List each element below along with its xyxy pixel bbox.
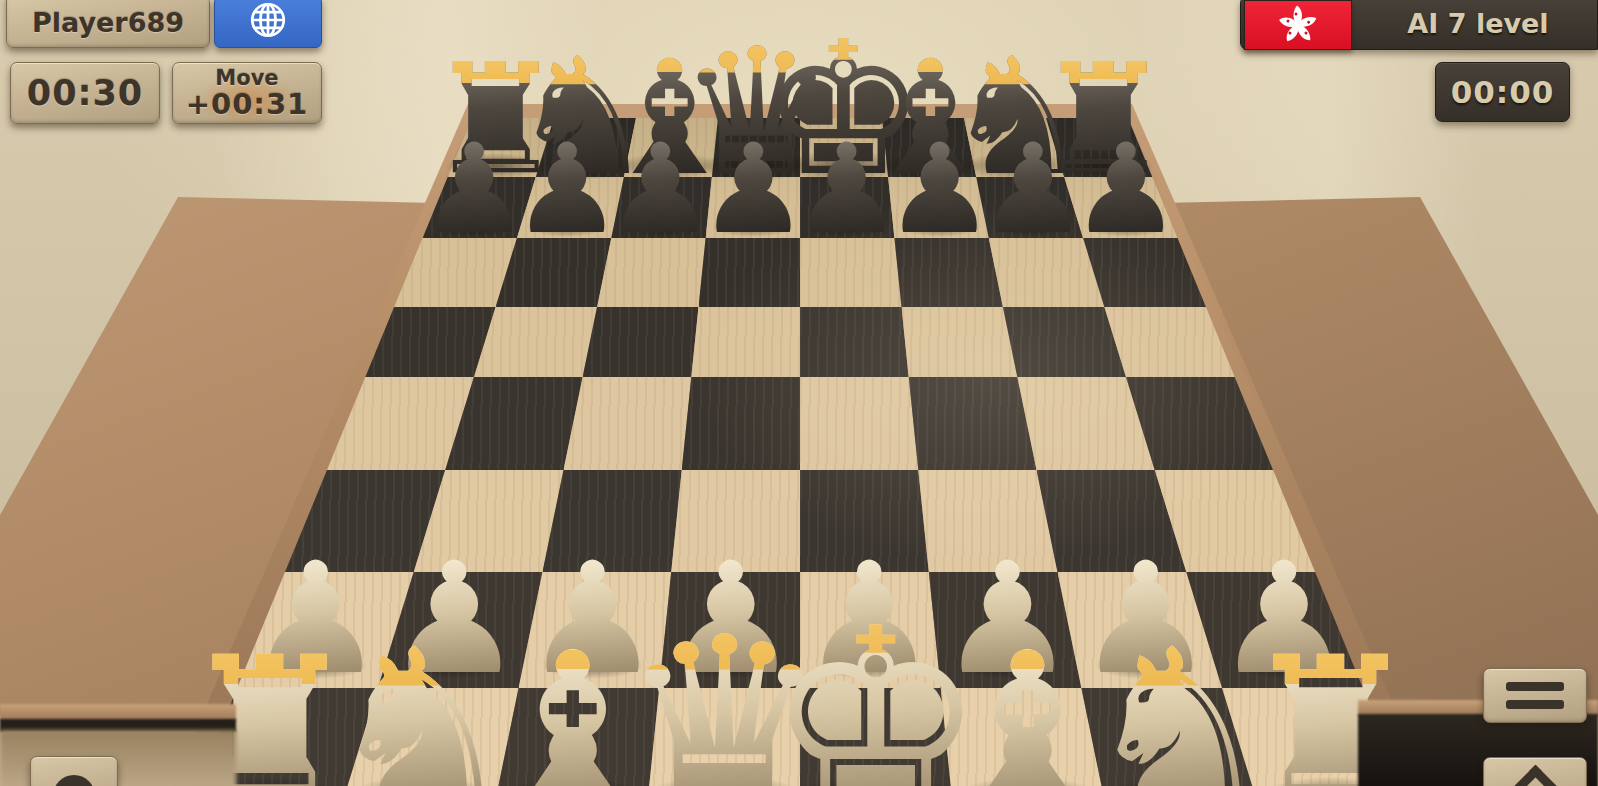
black-clock: 00:00: [1435, 62, 1570, 122]
player-name-panel[interactable]: Player689: [6, 0, 210, 48]
hong-kong-flag-icon: [1244, 0, 1352, 50]
opponent-name: AI 7 level: [1407, 8, 1548, 39]
chat-button[interactable]: [30, 756, 118, 786]
menu-button[interactable]: [1483, 668, 1587, 723]
chat-icon: [53, 775, 95, 786]
piece-h7-black-pawn[interactable]: ♟: [1064, 127, 1188, 251]
home-icon: [1510, 765, 1559, 786]
online-play-button[interactable]: [214, 0, 322, 48]
globe-icon: [247, 0, 289, 45]
white-clock: 00:30: [10, 62, 160, 124]
home-button[interactable]: [1483, 757, 1587, 786]
chess-game-screen: ♜♜♞♞♝♝♛♛♚♚♝♝♞♞♜♜♟♟♟♟♟♟♟♟♟♟♟♟♟♟♟♟♜♜♞♞♝♝♛♛…: [0, 0, 1598, 786]
menu-icon: [1506, 682, 1564, 691]
move-bonus-label: Move: [215, 67, 278, 89]
player-name: Player689: [32, 7, 184, 38]
move-bonus-value: +00:31: [186, 89, 309, 119]
move-bonus-button[interactable]: Move +00:31: [172, 62, 322, 124]
